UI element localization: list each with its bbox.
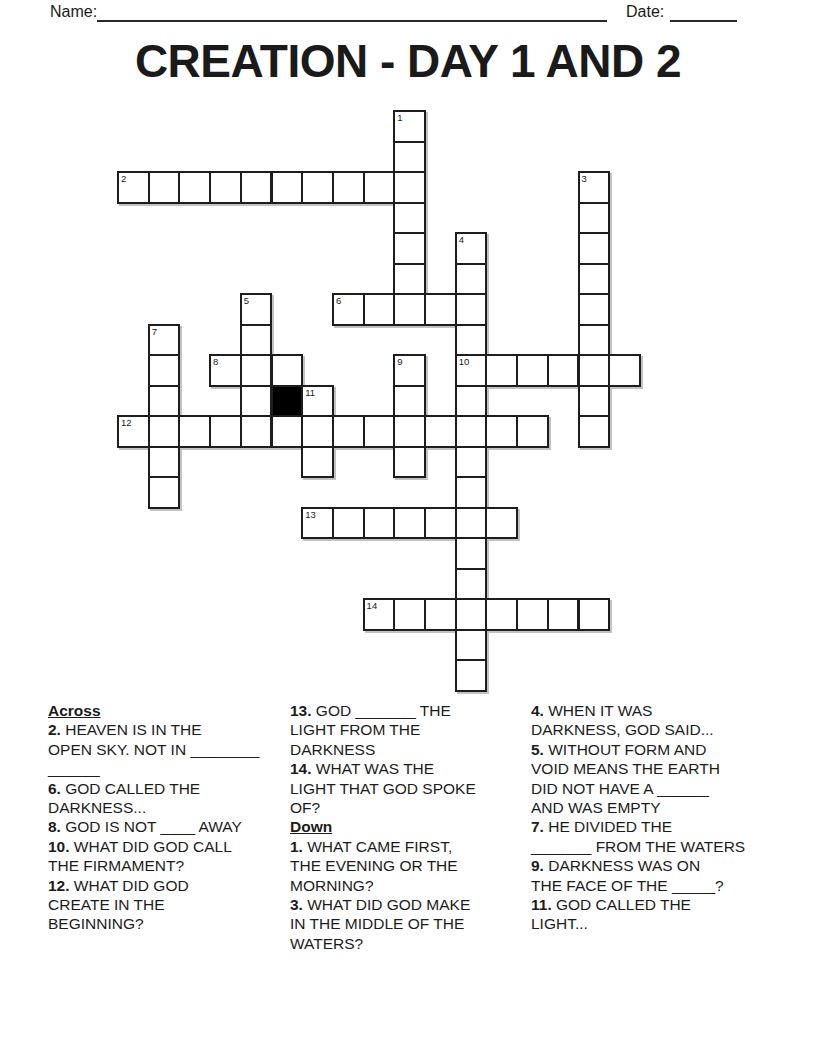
- grid-cell-r7c4: [240, 324, 273, 357]
- clue-1-line-2: THE EVENING OR THE: [290, 856, 530, 875]
- clue-12-line-3: BEGINNING?: [48, 914, 288, 933]
- grid-cell-r2c1: [148, 171, 181, 204]
- grid-cell-r16c14: [547, 598, 580, 631]
- grid-cell-r5c9: [393, 263, 426, 296]
- clue-12-line-2: CREATE IN THE: [48, 895, 288, 914]
- clue-14-line-2: LIGHT THAT GOD SPOKE: [290, 779, 530, 798]
- grid-cell-r10c7: [332, 415, 365, 448]
- clue-9-line-1: 9. DARKNESS WAS ON: [531, 856, 789, 875]
- crossword-worksheet-page: Name: Date: CREATION - DAY 1 AND 2 12345…: [0, 0, 816, 1056]
- cell-number-1: 1: [397, 112, 402, 123]
- clues-column-1: Across2. HEAVEN IS IN THEOPEN SKY. NOT I…: [48, 701, 288, 934]
- grid-cell-r10c4: [240, 415, 273, 448]
- clue-9-line-2: THE FACE OF THE _____?: [531, 876, 789, 895]
- grid-cell-r2c6: [301, 171, 334, 204]
- clue-14-line-1: 14. WHAT WAS THE: [290, 759, 530, 778]
- grid-cell-r16c12: [485, 598, 518, 631]
- clue-5: 5. WITHOUT FORM ANDVOID MEANS THE EARTHD…: [531, 740, 789, 818]
- cell-number-12: 12: [121, 417, 132, 428]
- grid-cell-r8c4: [240, 354, 273, 387]
- grid-cell-r8c15: [578, 354, 611, 387]
- grid-cell-r2c9: [393, 171, 426, 204]
- grid-cell-r16c8: 14: [363, 598, 396, 631]
- clue-1-line-1: 1. WHAT CAME FIRST,: [290, 837, 530, 856]
- grid-cell-r8c12: [485, 354, 518, 387]
- grid-cell-r2c2: [178, 171, 211, 204]
- clue-2: 2. HEAVEN IS IN THEOPEN SKY. NOT IN ____…: [48, 720, 288, 778]
- grid-cell-r6c7: 6: [332, 293, 365, 326]
- grid-cell-r8c11: 10: [455, 354, 488, 387]
- grid-cell-r10c8: [363, 415, 396, 448]
- grid-cell-r2c8: [363, 171, 396, 204]
- grid-cell-r9c11: [455, 385, 488, 418]
- grid-cell-r10c0: 12: [117, 415, 150, 448]
- grid-cell-r13c12: [485, 507, 518, 540]
- grid-cell-r10c12: [485, 415, 518, 448]
- grid-cell-r11c6: [301, 446, 334, 479]
- cell-number-11: 11: [305, 387, 315, 398]
- clue-11-line-1: 11. GOD CALLED THE: [531, 895, 789, 914]
- grid-cell-r6c15: [578, 293, 611, 326]
- grid-cell-r12c11: [455, 476, 488, 509]
- grid-cell-r3c15: [578, 202, 611, 235]
- clue-9: 9. DARKNESS WAS ONTHE FACE OF THE _____?: [531, 856, 789, 895]
- clue-13-line-3: DARKNESS: [290, 740, 530, 759]
- grid-cell-r10c9: [393, 415, 426, 448]
- clues-column-3: 4. WHEN IT WASDARKNESS, GOD SAID...5. WI…: [531, 701, 789, 934]
- grid-cell-r9c1: [148, 385, 181, 418]
- grid-cell-r15c11: [455, 568, 488, 601]
- cell-number-6: 6: [336, 295, 341, 306]
- grid-cell-r11c1: [148, 446, 181, 479]
- clue-14: 14. WHAT WAS THELIGHT THAT GOD SPOKEOF?: [290, 759, 530, 817]
- clue-7: 7. HE DIVIDED THE_______ FROM THE WATERS: [531, 817, 789, 856]
- black-cell: [271, 385, 304, 418]
- cell-number-10: 10: [459, 356, 470, 367]
- clue-8-line-1: 8. GOD IS NOT ____ AWAY: [48, 817, 288, 836]
- clue-6-line-1: 6. GOD CALLED THE: [48, 779, 288, 798]
- grid-cell-r2c5: [271, 171, 304, 204]
- grid-cell-r13c7: [332, 507, 365, 540]
- grid-cell-r13c6: 13: [301, 507, 334, 540]
- grid-cell-r16c15: [578, 598, 611, 631]
- grid-cell-r16c13: [516, 598, 549, 631]
- grid-cell-r8c5: [271, 354, 304, 387]
- grid-cell-r13c11: [455, 507, 488, 540]
- grid-cell-r6c4: 5: [240, 293, 273, 326]
- grid-cell-r17c11: [455, 629, 488, 662]
- clue-13: 13. GOD _______ THELIGHT FROM THEDARKNES…: [290, 701, 530, 759]
- grid-cell-r9c6: 11: [301, 385, 334, 418]
- clue-2-line-3: ______: [48, 759, 288, 778]
- grid-cell-r0c9: 1: [393, 110, 426, 143]
- grid-cell-r10c13: [516, 415, 549, 448]
- cell-number-13: 13: [305, 509, 316, 520]
- grid-cell-r4c9: [393, 232, 426, 265]
- cell-number-7: 7: [152, 326, 157, 337]
- grid-cell-r13c8: [363, 507, 396, 540]
- grid-cell-r5c15: [578, 263, 611, 296]
- clue-12: 12. WHAT DID GODCREATE IN THEBEGINNING?: [48, 876, 288, 934]
- clue-4: 4. WHEN IT WASDARKNESS, GOD SAID...: [531, 701, 789, 740]
- clue-3-line-2: IN THE MIDDLE OF THE: [290, 914, 530, 933]
- cell-number-2: 2: [121, 173, 126, 184]
- grid-cell-r10c15: [578, 415, 611, 448]
- cell-number-5: 5: [244, 295, 249, 306]
- grid-cell-r8c1: [148, 354, 181, 387]
- clue-2-line-2: OPEN SKY. NOT IN ________: [48, 740, 288, 759]
- clue-7-line-2: _______ FROM THE WATERS: [531, 837, 789, 856]
- clue-1-line-3: MORNING?: [290, 876, 530, 895]
- clue-7-line-1: 7. HE DIVIDED THE: [531, 817, 789, 836]
- grid-cell-r16c10: [424, 598, 457, 631]
- clue-6-line-2: DARKNESS...: [48, 798, 288, 817]
- grid-cell-r11c9: [393, 446, 426, 479]
- grid-cell-r5c11: [455, 263, 488, 296]
- grid-cell-r8c14: [547, 354, 580, 387]
- grid-cell-r10c2: [178, 415, 211, 448]
- grid-cell-r13c10: [424, 507, 457, 540]
- clue-11-line-2: LIGHT...: [531, 914, 789, 933]
- grid-cell-r8c13: [516, 354, 549, 387]
- grid-cell-r1c9: [393, 141, 426, 174]
- grid-cell-r6c11: [455, 293, 488, 326]
- cell-number-8: 8: [213, 356, 218, 367]
- grid-cell-r8c16: [608, 354, 641, 387]
- grid-cell-r16c11: [455, 598, 488, 631]
- cell-number-4: 4: [459, 234, 464, 245]
- clue-5-line-4: AND WAS EMPTY: [531, 798, 789, 817]
- clue-12-line-1: 12. WHAT DID GOD: [48, 876, 288, 895]
- grid-cell-r7c11: [455, 324, 488, 357]
- grid-cell-r2c15: 3: [578, 171, 611, 204]
- grid-cell-r7c1: 7: [148, 324, 181, 357]
- cell-number-9: 9: [397, 356, 402, 367]
- clue-10-line-2: THE FIRMAMENT?: [48, 856, 288, 875]
- clue-10-line-1: 10. WHAT DID GOD CALL: [48, 837, 288, 856]
- clue-1: 1. WHAT CAME FIRST,THE EVENING OR THEMOR…: [290, 837, 530, 895]
- grid-cell-r7c15: [578, 324, 611, 357]
- clue-14-line-3: OF?: [290, 798, 530, 817]
- clue-5-line-3: DID NOT HAVE A ______: [531, 779, 789, 798]
- clue-3: 3. WHAT DID GOD MAKEIN THE MIDDLE OF THE…: [290, 895, 530, 953]
- clue-heading-across: Across: [48, 701, 288, 720]
- crossword-grid: 1234567891011121314: [0, 0, 816, 700]
- grid-cell-r18c11: [455, 659, 488, 692]
- grid-cell-r4c15: [578, 232, 611, 265]
- clues-column-2: 13. GOD _______ THELIGHT FROM THEDARKNES…: [290, 701, 530, 953]
- clue-3-line-3: WATERS?: [290, 934, 530, 953]
- grid-cell-r16c9: [393, 598, 426, 631]
- grid-cell-r4c11: 4: [455, 232, 488, 265]
- clue-5-line-2: VOID MEANS THE EARTH: [531, 759, 789, 778]
- grid-cell-r3c9: [393, 202, 426, 235]
- grid-cell-r2c3: [209, 171, 242, 204]
- grid-cell-r2c7: [332, 171, 365, 204]
- grid-cell-r10c1: [148, 415, 181, 448]
- grid-cell-r6c8: [363, 293, 396, 326]
- grid-cell-r8c9: 9: [393, 354, 426, 387]
- grid-cell-r9c4: [240, 385, 273, 418]
- clue-13-line-2: LIGHT FROM THE: [290, 720, 530, 739]
- clue-3-line-1: 3. WHAT DID GOD MAKE: [290, 895, 530, 914]
- clue-6: 6. GOD CALLED THEDARKNESS...: [48, 779, 288, 818]
- grid-cell-r9c15: [578, 385, 611, 418]
- grid-cell-r14c11: [455, 537, 488, 570]
- clue-11: 11. GOD CALLED THELIGHT...: [531, 895, 789, 934]
- cell-number-3: 3: [582, 173, 587, 184]
- grid-cell-r10c11: [455, 415, 488, 448]
- clue-10: 10. WHAT DID GOD CALLTHE FIRMAMENT?: [48, 837, 288, 876]
- clue-heading-down: Down: [290, 817, 530, 836]
- grid-cell-r10c10: [424, 415, 457, 448]
- grid-cell-r6c10: [424, 293, 457, 326]
- grid-cell-r8c3: 8: [209, 354, 242, 387]
- grid-cell-r12c1: [148, 476, 181, 509]
- clue-4-line-2: DARKNESS, GOD SAID...: [531, 720, 789, 739]
- clue-5-line-1: 5. WITHOUT FORM AND: [531, 740, 789, 759]
- clue-4-line-1: 4. WHEN IT WAS: [531, 701, 789, 720]
- clue-13-line-1: 13. GOD _______ THE: [290, 701, 530, 720]
- grid-cell-r2c4: [240, 171, 273, 204]
- grid-cell-r11c11: [455, 446, 488, 479]
- grid-cell-r9c9: [393, 385, 426, 418]
- grid-cell-r2c0: 2: [117, 171, 150, 204]
- grid-cell-r10c3: [209, 415, 242, 448]
- cell-number-14: 14: [367, 600, 378, 611]
- clue-2-line-1: 2. HEAVEN IS IN THE: [48, 720, 288, 739]
- grid-cell-r13c9: [393, 507, 426, 540]
- grid-cell-r10c6: [301, 415, 334, 448]
- clue-8: 8. GOD IS NOT ____ AWAY: [48, 817, 288, 836]
- grid-cell-r10c5: [271, 415, 304, 448]
- grid-cell-r6c9: [393, 293, 426, 326]
